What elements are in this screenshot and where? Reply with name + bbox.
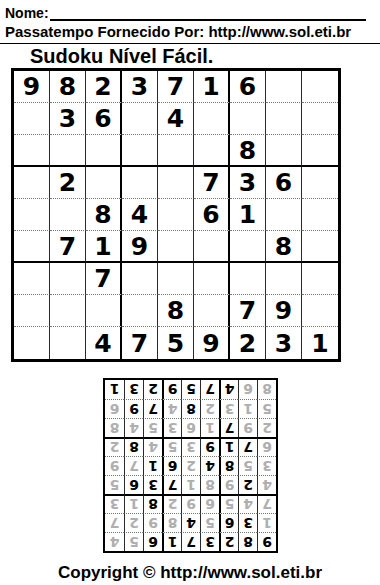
cell-r8c2 <box>50 295 86 327</box>
cell-r2c8 <box>266 103 302 135</box>
cell-r1c8 <box>266 71 302 103</box>
solution-cell-r4c2: 2 <box>238 475 257 494</box>
solution-cell-r3c3: 5 <box>219 494 238 513</box>
solution-cell-r5c2: 5 <box>238 456 257 475</box>
solution-cell-r8c7: 7 <box>143 399 162 418</box>
cell-r5c3: 8 <box>86 199 122 231</box>
solution-cell-r1c1: 9 <box>257 532 276 551</box>
solution-cell-r9c8: 3 <box>124 380 143 399</box>
cell-r8c6 <box>194 295 230 327</box>
name-label: Nome: <box>5 5 49 21</box>
solution-cell-r4c4: 8 <box>200 475 219 494</box>
cell-r4c8: 6 <box>266 167 302 199</box>
solution-cell-r6c2: 7 <box>238 437 257 456</box>
solution-cell-r4c1: 4 <box>257 475 276 494</box>
cell-r6c5 <box>158 231 194 263</box>
cell-r9c9: 1 <box>302 327 338 359</box>
cell-r2c3: 6 <box>86 103 122 135</box>
cell-r4c3 <box>86 167 122 199</box>
solution-cell-r3c8: 1 <box>124 494 143 513</box>
cell-r4c5 <box>158 167 194 199</box>
cell-r8c1 <box>14 295 50 327</box>
solution-cell-r6c3: 1 <box>219 437 238 456</box>
solution-cell-r8c6: 4 <box>162 399 181 418</box>
cell-r3c2 <box>50 135 86 167</box>
cell-r1c7: 6 <box>230 71 266 103</box>
cell-r8c5: 8 <box>158 295 194 327</box>
solution-cell-r7c3: 7 <box>219 418 238 437</box>
solution-cell-r1c2: 8 <box>238 532 257 551</box>
solution-cell-r6c1: 6 <box>257 437 276 456</box>
solution-cell-r4c8: 6 <box>124 475 143 494</box>
cell-r2c6 <box>194 103 230 135</box>
cell-r8c9 <box>302 295 338 327</box>
solution-cell-r7c5: 6 <box>181 418 200 437</box>
cell-r6c2: 7 <box>50 231 86 263</box>
cell-r6c7 <box>230 231 266 263</box>
cell-r8c8: 9 <box>266 295 302 327</box>
solution-cell-r2c4: 5 <box>200 513 219 532</box>
cell-r7c9 <box>302 263 338 295</box>
puzzle-grid: 9823716364827368461719878794759231 <box>11 68 341 362</box>
cell-r3c6 <box>194 135 230 167</box>
cell-r2c5: 4 <box>158 103 194 135</box>
solution-cell-r9c2: 6 <box>238 380 257 399</box>
name-row: Nome: <box>5 3 366 21</box>
solution-cell-r9c7: 2 <box>143 380 162 399</box>
solution-cell-r7c9: 8 <box>105 418 124 437</box>
cell-r3c1 <box>14 135 50 167</box>
solution-cell-r1c3: 2 <box>219 532 238 551</box>
solution-cell-r2c9: 7 <box>105 513 124 532</box>
cell-r8c3 <box>86 295 122 327</box>
solution-cell-r2c3: 6 <box>219 513 238 532</box>
cell-r9c3: 4 <box>86 327 122 359</box>
cell-r7c5 <box>158 263 194 295</box>
solution-cell-r3c5: 9 <box>181 494 200 513</box>
solution-cell-r3c7: 8 <box>143 494 162 513</box>
solution-cell-r5c4: 4 <box>200 456 219 475</box>
solution-cell-r5c6: 6 <box>162 456 181 475</box>
cell-r7c8 <box>266 263 302 295</box>
solution-cell-r9c4: 7 <box>200 380 219 399</box>
cell-r7c6 <box>194 263 230 295</box>
solution-cell-r3c4: 6 <box>200 494 219 513</box>
cell-r4c4 <box>122 167 158 199</box>
solution-cell-r9c1: 8 <box>257 380 276 399</box>
solution-cell-r7c6: 3 <box>162 418 181 437</box>
name-blank-line <box>50 8 366 21</box>
solution-cell-r5c3: 8 <box>219 456 238 475</box>
cell-r5c9 <box>302 199 338 231</box>
solution-cell-r2c8: 2 <box>124 513 143 532</box>
cell-r8c4 <box>122 295 158 327</box>
cell-r5c2 <box>50 199 86 231</box>
solution-cell-r6c7: 4 <box>143 437 162 456</box>
solution-cell-r6c6: 5 <box>162 437 181 456</box>
cell-r3c8 <box>266 135 302 167</box>
solution-cell-r1c7: 6 <box>143 532 162 551</box>
solution-cell-r4c9: 5 <box>105 475 124 494</box>
cell-r5c6: 6 <box>194 199 230 231</box>
cell-r9c7: 2 <box>230 327 266 359</box>
cell-r4c7: 3 <box>230 167 266 199</box>
solution-cell-r5c1: 3 <box>257 456 276 475</box>
solution-cell-r8c5: 8 <box>181 399 200 418</box>
solution-cell-r9c5: 5 <box>181 380 200 399</box>
provider-line: Passatempo Fornecido Por: http://www.sol… <box>5 23 380 41</box>
cell-r5c4: 4 <box>122 199 158 231</box>
cell-r5c1 <box>14 199 50 231</box>
solution-cell-r6c5: 3 <box>181 437 200 456</box>
cell-r6c3: 1 <box>86 231 122 263</box>
cell-r6c6 <box>194 231 230 263</box>
solution-cell-r2c5: 4 <box>181 513 200 532</box>
cell-r1c1: 9 <box>14 71 50 103</box>
solution-cell-r4c5: 1 <box>181 475 200 494</box>
cell-r1c3: 2 <box>86 71 122 103</box>
solution-cell-r8c1: 5 <box>257 399 276 418</box>
solution-cell-r6c8: 8 <box>124 437 143 456</box>
cell-r9c5: 5 <box>158 327 194 359</box>
solution-cell-r9c9: 1 <box>105 380 124 399</box>
solution-cell-r8c9: 6 <box>105 399 124 418</box>
solution-cell-r7c8: 4 <box>124 418 143 437</box>
cell-r9c1 <box>14 327 50 359</box>
solution-cell-r5c7: 1 <box>143 456 162 475</box>
solution-cell-r4c6: 7 <box>162 475 181 494</box>
cell-r3c3 <box>86 135 122 167</box>
cell-r4c1 <box>14 167 50 199</box>
cell-r6c9 <box>302 231 338 263</box>
cell-r6c1 <box>14 231 50 263</box>
solution-cell-r8c2: 1 <box>238 399 257 418</box>
solution-cell-r5c9: 9 <box>105 456 124 475</box>
cell-r9c4: 7 <box>122 327 158 359</box>
cell-r1c9 <box>302 71 338 103</box>
cell-r1c4: 3 <box>122 71 158 103</box>
solution-cell-r4c7: 3 <box>143 475 162 494</box>
solution-cell-r7c1: 2 <box>257 418 276 437</box>
cell-r2c4 <box>122 103 158 135</box>
solution-cell-r1c4: 3 <box>200 532 219 551</box>
page-title: Sudoku Nível Fácil. <box>30 46 380 66</box>
solution-cell-r7c7: 5 <box>143 418 162 437</box>
cell-r4c9 <box>302 167 338 199</box>
solution-cell-r1c8: 5 <box>124 532 143 551</box>
cell-r5c7: 1 <box>230 199 266 231</box>
solution-cell-r7c2: 9 <box>238 418 257 437</box>
cell-r9c2 <box>50 327 86 359</box>
solution-cell-r6c9: 2 <box>105 437 124 456</box>
cell-r1c5: 7 <box>158 71 194 103</box>
solution-cell-r3c2: 4 <box>238 494 257 513</box>
solution-cell-r8c3: 3 <box>219 399 238 418</box>
cell-r3c9 <box>302 135 338 167</box>
solution-cell-r8c4: 2 <box>200 399 219 418</box>
solution-cell-r8c8: 9 <box>124 399 143 418</box>
solution-cell-r5c8: 7 <box>124 456 143 475</box>
solution-cell-r2c1: 1 <box>257 513 276 532</box>
cell-r4c2: 2 <box>50 167 86 199</box>
cell-r9c8: 3 <box>266 327 302 359</box>
cell-r2c9 <box>302 103 338 135</box>
cell-r7c7 <box>230 263 266 295</box>
cell-r5c5 <box>158 199 194 231</box>
cell-r4c6: 7 <box>194 167 230 199</box>
solution-cell-r9c3: 4 <box>219 380 238 399</box>
cell-r6c8: 8 <box>266 231 302 263</box>
solution-cell-r2c6: 8 <box>162 513 181 532</box>
solution-cell-r1c6: 1 <box>162 532 181 551</box>
solution-cell-r3c9: 3 <box>105 494 124 513</box>
solution-cell-r2c2: 3 <box>238 513 257 532</box>
cell-r1c6: 1 <box>194 71 230 103</box>
cell-r1c2: 8 <box>50 71 86 103</box>
solution-cell-r3c1: 7 <box>257 494 276 513</box>
cell-r7c2 <box>50 263 86 295</box>
cell-r3c4 <box>122 135 158 167</box>
solution-cell-r9c6: 9 <box>162 380 181 399</box>
solution-grid: 9823716541365489277456928134298173653584… <box>103 378 278 553</box>
header-divider <box>0 43 380 44</box>
solution-cell-r5c5: 2 <box>181 456 200 475</box>
solution-cell-r1c9: 4 <box>105 532 124 551</box>
cell-r9c6: 9 <box>194 327 230 359</box>
solution-cell-r7c4: 1 <box>200 418 219 437</box>
cell-r7c1 <box>14 263 50 295</box>
cell-r2c1 <box>14 103 50 135</box>
solution-cell-r2c7: 9 <box>143 513 162 532</box>
solution-cell-r4c3: 9 <box>219 475 238 494</box>
cell-r7c3: 7 <box>86 263 122 295</box>
cell-r6c4: 9 <box>122 231 158 263</box>
solution-cell-r1c5: 7 <box>181 532 200 551</box>
cell-r3c7: 8 <box>230 135 266 167</box>
cell-r5c8 <box>266 199 302 231</box>
solution-cell-r6c4: 9 <box>200 437 219 456</box>
cell-r3c5 <box>158 135 194 167</box>
cell-r8c7: 7 <box>230 295 266 327</box>
copyright: Copyright © http://www.sol.eti.br <box>0 562 380 583</box>
cell-r7c4 <box>122 263 158 295</box>
cell-r2c2: 3 <box>50 103 86 135</box>
cell-r2c7 <box>230 103 266 135</box>
solution-cell-r3c6: 2 <box>162 494 181 513</box>
